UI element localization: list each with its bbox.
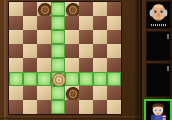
- frame-seam: [134, 0, 139, 120]
- board-cell-d6[interactable]: [51, 30, 65, 44]
- board-cell-e5[interactable]: [65, 44, 79, 58]
- board-cell-f5[interactable]: [79, 44, 93, 58]
- board-cell-c3[interactable]: [37, 72, 51, 86]
- info-panel-1[interactable]: [146, 31, 171, 61]
- dark-piece[interactable]: [66, 3, 80, 17]
- board-cell-e2[interactable]: [65, 86, 79, 100]
- dark-piece[interactable]: [38, 3, 52, 17]
- board-cell-e7[interactable]: [65, 16, 79, 30]
- board-cell-b1[interactable]: [23, 100, 37, 114]
- board-cell-a4[interactable]: [9, 58, 23, 72]
- board-cell-b2[interactable]: [23, 86, 37, 100]
- board-cell-a6[interactable]: [9, 30, 23, 44]
- board-cell-h2[interactable]: [107, 86, 121, 100]
- board-cell-e4[interactable]: [65, 58, 79, 72]
- board-cell-g5[interactable]: [93, 44, 107, 58]
- game-window: [0, 0, 172, 120]
- board-cell-a7[interactable]: [9, 16, 23, 30]
- player-top-name-label: [151, 24, 166, 26]
- board-cell-a5[interactable]: [9, 44, 23, 58]
- board-cell-f3[interactable]: [79, 72, 93, 86]
- board-cell-h3[interactable]: [107, 72, 121, 86]
- frame-bevel-bottom: [0, 116, 140, 119]
- board-cell-b3[interactable]: [23, 72, 37, 86]
- board-cell-d1[interactable]: [51, 100, 65, 114]
- board-cell-f4[interactable]: [79, 58, 93, 72]
- board-cell-f6[interactable]: [79, 30, 93, 44]
- board-cell-b7[interactable]: [23, 16, 37, 30]
- board-cell-a1[interactable]: [9, 100, 23, 114]
- board-cell-h4[interactable]: [107, 58, 121, 72]
- boy-avatar: [146, 101, 170, 120]
- board-cell-a2[interactable]: [9, 86, 23, 100]
- board: [9, 2, 121, 114]
- board-cell-g3[interactable]: [93, 72, 107, 86]
- board-cell-h1[interactable]: [107, 100, 121, 114]
- board-cell-h7[interactable]: [107, 16, 121, 30]
- board-cell-g7[interactable]: [93, 16, 107, 30]
- board-cell-h8[interactable]: [107, 2, 121, 16]
- panel-marker-icon: [167, 34, 169, 39]
- board-cell-h5[interactable]: [107, 44, 121, 58]
- board-cell-b4[interactable]: [23, 58, 37, 72]
- frame-bevel: [4, 0, 8, 120]
- board-cell-b6[interactable]: [23, 30, 37, 44]
- board-frame: [0, 0, 140, 120]
- board-cell-d5[interactable]: [51, 44, 65, 58]
- panel-marker-icon: [167, 66, 169, 71]
- board-cell-h6[interactable]: [107, 30, 121, 44]
- board-cell-a3[interactable]: [9, 72, 23, 86]
- board-cell-g8[interactable]: [93, 2, 107, 16]
- info-panel-2[interactable]: [146, 63, 171, 97]
- board-cell-e8[interactable]: [65, 2, 79, 16]
- board-cell-g1[interactable]: [93, 100, 107, 114]
- board-cell-g2[interactable]: [93, 86, 107, 100]
- board-cell-f7[interactable]: [79, 16, 93, 30]
- board-cell-d4[interactable]: [51, 58, 65, 72]
- board-cell-d3[interactable]: [51, 72, 65, 86]
- board-cell-g4[interactable]: [93, 58, 107, 72]
- board-cell-f2[interactable]: [79, 86, 93, 100]
- board-cell-g6[interactable]: [93, 30, 107, 44]
- board-cell-c5[interactable]: [37, 44, 51, 58]
- board-cell-d7[interactable]: [51, 16, 65, 30]
- board-cell-c4[interactable]: [37, 58, 51, 72]
- player-bottom-avatar-panel-active-turn[interactable]: [144, 99, 172, 120]
- board-cell-e3[interactable]: [65, 72, 79, 86]
- board-cell-c7[interactable]: [37, 16, 51, 30]
- board-cell-d8[interactable]: [51, 2, 65, 16]
- dark-piece[interactable]: [66, 87, 80, 101]
- board-cell-a8[interactable]: [9, 2, 23, 16]
- board-cell-c6[interactable]: [37, 30, 51, 44]
- board-cell-c2[interactable]: [37, 86, 51, 100]
- board-cell-f1[interactable]: [79, 100, 93, 114]
- board-cell-c8[interactable]: [37, 2, 51, 16]
- player-sidebar: [140, 0, 172, 120]
- board-cell-b8[interactable]: [23, 2, 37, 16]
- board-cell-d2[interactable]: [51, 86, 65, 100]
- board-cell-b5[interactable]: [23, 44, 37, 58]
- board-cell-e1[interactable]: [65, 100, 79, 114]
- board-cell-c1[interactable]: [37, 100, 51, 114]
- player-top-avatar-panel[interactable]: [146, 1, 171, 29]
- board-cell-f8[interactable]: [79, 2, 93, 16]
- light-piece-selected[interactable]: [52, 73, 66, 87]
- board-cell-e6[interactable]: [65, 30, 79, 44]
